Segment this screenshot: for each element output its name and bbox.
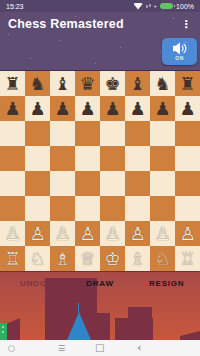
square-b3[interactable]: [25, 196, 50, 221]
piece-P-h2[interactable]: ♙: [179, 221, 195, 246]
piece-R-h1[interactable]: ♖: [179, 246, 195, 271]
square-e7[interactable]: ♟: [100, 96, 125, 121]
app-screen: 15:23 + 100% Chess Remastered ⋮ ON ♜♞♝♛♚…: [0, 0, 200, 356]
piece-r-a8[interactable]: ♜: [4, 71, 20, 96]
piece-p-a7[interactable]: ♟: [4, 96, 20, 121]
square-d8[interactable]: ♛: [75, 71, 100, 96]
piece-p-g7[interactable]: ♟: [154, 96, 170, 121]
square-g1[interactable]: ♘: [150, 246, 175, 271]
square-f3[interactable]: [125, 196, 150, 221]
square-e2[interactable]: ♙: [100, 221, 125, 246]
square-h2[interactable]: ♙: [175, 221, 200, 246]
page-title: Chess Remastered: [8, 17, 180, 31]
square-h1[interactable]: ♖: [175, 246, 200, 271]
piece-Q-d1[interactable]: ♕: [79, 246, 95, 271]
piece-B-f1[interactable]: ♗: [129, 246, 145, 271]
square-f1[interactable]: ♗: [125, 246, 150, 271]
square-d6[interactable]: [75, 121, 100, 146]
square-f5[interactable]: [125, 146, 150, 171]
network-plus-label: +: [154, 3, 158, 9]
piece-P-g2[interactable]: ♙: [154, 221, 170, 246]
square-e3[interactable]: [100, 196, 125, 221]
building-silhouette: [115, 318, 153, 340]
piece-P-a2[interactable]: ♙: [4, 221, 20, 246]
piece-n-b8[interactable]: ♞: [29, 71, 45, 96]
square-c7[interactable]: ♟: [50, 96, 75, 121]
sound-toggle-button[interactable]: ON: [162, 38, 197, 65]
battery-percent: 100%: [176, 3, 194, 10]
speaker-icon: [172, 42, 187, 55]
piece-P-d2[interactable]: ♙: [79, 221, 95, 246]
signal-icon: [146, 5, 148, 8]
square-b8[interactable]: ♞: [25, 71, 50, 96]
square-c8[interactable]: ♝: [50, 71, 75, 96]
square-e1[interactable]: ♔: [100, 246, 125, 271]
piece-P-e2[interactable]: ♙: [104, 221, 120, 246]
square-c6[interactable]: [50, 121, 75, 146]
green-building: [0, 323, 7, 340]
home-icon[interactable]: □: [95, 343, 104, 353]
menu-icon[interactable]: ☰: [58, 345, 65, 353]
sound-state-label: ON: [175, 56, 184, 61]
wifi-icon: [134, 3, 143, 10]
piece-k-e8[interactable]: ♚: [104, 71, 120, 96]
square-h4[interactable]: [175, 171, 200, 196]
piece-p-e7[interactable]: ♟: [104, 96, 120, 121]
piece-P-f2[interactable]: ♙: [129, 221, 145, 246]
square-b2[interactable]: ♙: [25, 221, 50, 246]
square-a2[interactable]: ♙: [0, 221, 25, 246]
square-g6[interactable]: [150, 121, 175, 146]
action-bar: UNDO DRAW RESIGN: [0, 279, 200, 288]
building-silhouette: [180, 330, 200, 340]
square-b5[interactable]: [25, 146, 50, 171]
square-a7[interactable]: ♟: [0, 96, 25, 121]
square-h6[interactable]: [175, 121, 200, 146]
square-d3[interactable]: [75, 196, 100, 221]
square-e6[interactable]: [100, 121, 125, 146]
square-g5[interactable]: [150, 146, 175, 171]
piece-N-g1[interactable]: ♘: [154, 246, 170, 271]
square-b7[interactable]: ♟: [25, 96, 50, 121]
square-d2[interactable]: ♙: [75, 221, 100, 246]
piece-n-g8[interactable]: ♞: [154, 71, 170, 96]
square-c1[interactable]: ♗: [50, 246, 75, 271]
square-b1[interactable]: ♘: [25, 246, 50, 271]
building-silhouette: [128, 307, 152, 319]
square-a6[interactable]: [0, 121, 25, 146]
piece-p-d7[interactable]: ♟: [79, 96, 95, 121]
android-nav-bar: ☰ □ ‹: [0, 340, 200, 356]
square-g2[interactable]: ♙: [150, 221, 175, 246]
square-c5[interactable]: [50, 146, 75, 171]
piece-p-f7[interactable]: ♟: [129, 96, 145, 121]
battery-icon: [160, 3, 173, 9]
undo-button[interactable]: UNDO: [0, 279, 67, 288]
draw-button[interactable]: DRAW: [67, 279, 134, 288]
piece-P-c2[interactable]: ♙: [54, 221, 70, 246]
square-a3[interactable]: [0, 196, 25, 221]
piece-N-b1[interactable]: ♘: [29, 246, 45, 271]
app-bar: Chess Remastered ⋮: [0, 12, 200, 36]
chess-board: ♜♞♝♛♚♝♞♜♟♟♟♟♟♟♟♟♙♙♙♙♙♙♙♙♖♘♗♕♔♗♘♖: [0, 71, 200, 271]
square-a5[interactable]: [0, 146, 25, 171]
hide-navbar-icon[interactable]: [8, 345, 15, 352]
square-h3[interactable]: [175, 196, 200, 221]
square-d5[interactable]: [75, 146, 100, 171]
square-c2[interactable]: ♙: [50, 221, 75, 246]
square-h5[interactable]: [175, 146, 200, 171]
piece-K-e1[interactable]: ♔: [104, 246, 120, 271]
status-time: 15:23: [6, 3, 24, 10]
square-g8[interactable]: ♞: [150, 71, 175, 96]
square-e5[interactable]: [100, 146, 125, 171]
piece-p-c7[interactable]: ♟: [54, 96, 70, 121]
square-c3[interactable]: [50, 196, 75, 221]
building-silhouette: [93, 313, 110, 340]
square-h8[interactable]: ♜: [175, 71, 200, 96]
square-g4[interactable]: [150, 171, 175, 196]
piece-r-h8[interactable]: ♜: [179, 71, 195, 96]
square-d7[interactable]: ♟: [75, 96, 100, 121]
square-b6[interactable]: [25, 121, 50, 146]
square-d1[interactable]: ♕: [75, 246, 100, 271]
square-a4[interactable]: [0, 171, 25, 196]
square-e4[interactable]: [100, 171, 125, 196]
piece-b-c8[interactable]: ♝: [54, 71, 70, 96]
square-f7[interactable]: ♟: [125, 96, 150, 121]
square-f8[interactable]: ♝: [125, 71, 150, 96]
piece-p-h7[interactable]: ♟: [179, 96, 195, 121]
piece-R-a1[interactable]: ♖: [4, 246, 20, 271]
square-f6[interactable]: [125, 121, 150, 146]
square-a8[interactable]: ♜: [0, 71, 25, 96]
piece-P-b2[interactable]: ♙: [29, 221, 45, 246]
back-icon[interactable]: ‹: [137, 342, 142, 353]
square-g3[interactable]: [150, 196, 175, 221]
status-icons: + 100%: [134, 3, 194, 10]
sky-background: ON: [0, 36, 200, 71]
skyline-footer: UNDO DRAW RESIGN: [0, 271, 200, 340]
status-bar: 15:23 + 100%: [0, 0, 200, 12]
square-b4[interactable]: [25, 171, 50, 196]
piece-q-d8[interactable]: ♛: [79, 71, 95, 96]
square-c4[interactable]: [50, 171, 75, 196]
piece-B-c1[interactable]: ♗: [54, 246, 70, 271]
square-h7[interactable]: ♟: [175, 96, 200, 121]
resign-button[interactable]: RESIGN: [133, 279, 200, 288]
piece-b-f8[interactable]: ♝: [129, 71, 145, 96]
square-d4[interactable]: [75, 171, 100, 196]
square-f4[interactable]: [125, 171, 150, 196]
spire-antenna: [78, 303, 79, 313]
overflow-menu-icon[interactable]: ⋮: [180, 18, 192, 31]
square-f2[interactable]: ♙: [125, 221, 150, 246]
square-e8[interactable]: ♚: [100, 71, 125, 96]
square-a1[interactable]: ♖: [0, 246, 25, 271]
piece-p-b7[interactable]: ♟: [29, 96, 45, 121]
square-g7[interactable]: ♟: [150, 96, 175, 121]
